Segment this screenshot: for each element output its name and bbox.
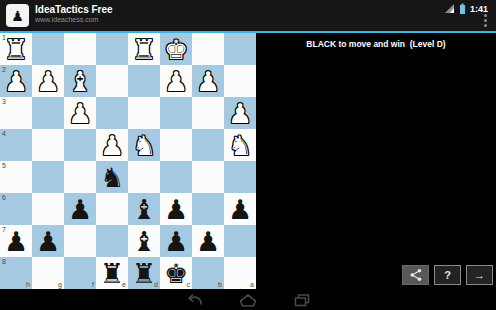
piece-wN-d4[interactable]: ♞ xyxy=(128,129,160,161)
signal-icon xyxy=(445,4,455,14)
help-button[interactable]: ? xyxy=(434,265,461,285)
piece-bP-c7[interactable]: ♟ xyxy=(160,225,192,257)
square-h4[interactable]: 4 xyxy=(0,129,32,161)
square-h6[interactable]: 6 xyxy=(0,193,32,225)
square-e8[interactable]: e♜ xyxy=(96,257,128,289)
square-d8[interactable]: d♜ xyxy=(128,257,160,289)
square-c3[interactable] xyxy=(160,97,192,129)
square-g1[interactable] xyxy=(32,33,64,65)
piece-wP-a3[interactable]: ♟ xyxy=(224,97,256,129)
file-label-h: h xyxy=(26,281,30,288)
square-e1[interactable] xyxy=(96,33,128,65)
square-a5[interactable] xyxy=(224,161,256,193)
square-f1[interactable] xyxy=(64,33,96,65)
piece-wP-b2[interactable]: ♟ xyxy=(192,65,224,97)
chess-board[interactable]: 1♜♜♚2♟♟♝♟♟3♟♟4♟♞♞5♞6♟♝♟♟7♟♟♝♟♟8hgfe♜d♜c♚… xyxy=(0,33,256,289)
square-f8[interactable]: f xyxy=(64,257,96,289)
square-d7[interactable]: ♝ xyxy=(128,225,160,257)
home-icon[interactable] xyxy=(239,293,257,307)
back-icon[interactable] xyxy=(185,293,203,307)
square-e5[interactable]: ♞ xyxy=(96,161,128,193)
square-c4[interactable] xyxy=(160,129,192,161)
square-e6[interactable] xyxy=(96,193,128,225)
square-f7[interactable] xyxy=(64,225,96,257)
piece-wP-e4[interactable]: ♟ xyxy=(96,129,128,161)
square-a8[interactable]: a xyxy=(224,257,256,289)
piece-bN-e5[interactable]: ♞ xyxy=(96,161,128,193)
square-b8[interactable]: b xyxy=(192,257,224,289)
title-block: IdeaTactics Free www.ideachess.com xyxy=(35,4,113,24)
square-a4[interactable]: ♞ xyxy=(224,129,256,161)
share-button[interactable] xyxy=(402,265,429,285)
square-d4[interactable]: ♞ xyxy=(128,129,160,161)
square-b6[interactable] xyxy=(192,193,224,225)
overflow-menu-icon[interactable] xyxy=(484,14,487,27)
square-d5[interactable] xyxy=(128,161,160,193)
square-c6[interactable]: ♟ xyxy=(160,193,192,225)
piece-wP-h2[interactable]: ♟ xyxy=(0,65,32,97)
square-b4[interactable] xyxy=(192,129,224,161)
next-button[interactable]: → xyxy=(466,265,493,285)
piece-wP-c2[interactable]: ♟ xyxy=(160,65,192,97)
square-f5[interactable] xyxy=(64,161,96,193)
square-c8[interactable]: c♚ xyxy=(160,257,192,289)
status-cluster: 1:41 xyxy=(445,3,488,15)
square-d6[interactable]: ♝ xyxy=(128,193,160,225)
piece-bP-h7[interactable]: ♟ xyxy=(0,225,32,257)
app-screen: ♟ IdeaTactics Free www.ideachess.com 1:4… xyxy=(0,0,496,310)
square-b7[interactable]: ♟ xyxy=(192,225,224,257)
square-a3[interactable]: ♟ xyxy=(224,97,256,129)
file-label-f: f xyxy=(92,281,94,288)
app-subtitle: www.ideachess.com xyxy=(35,16,113,24)
piece-bP-g7[interactable]: ♟ xyxy=(32,225,64,257)
rank-label-6: 6 xyxy=(2,194,6,201)
piece-bB-d6[interactable]: ♝ xyxy=(128,193,160,225)
rank-label-8: 8 xyxy=(2,258,6,265)
square-c1[interactable]: ♚ xyxy=(160,33,192,65)
app-title: IdeaTactics Free xyxy=(35,4,113,15)
share-icon xyxy=(409,268,423,282)
square-f3[interactable]: ♟ xyxy=(64,97,96,129)
square-g2[interactable]: ♟ xyxy=(32,65,64,97)
piece-bP-f6[interactable]: ♟ xyxy=(64,193,96,225)
square-g3[interactable] xyxy=(32,97,64,129)
piece-bR-d8[interactable]: ♜ xyxy=(128,257,160,289)
piece-wR-h1[interactable]: ♜ xyxy=(0,33,32,65)
square-h5[interactable]: 5 xyxy=(0,161,32,193)
square-c7[interactable]: ♟ xyxy=(160,225,192,257)
square-f2[interactable]: ♝ xyxy=(64,65,96,97)
piece-wB-f2[interactable]: ♝ xyxy=(64,65,96,97)
action-bar: ♟ IdeaTactics Free www.ideachess.com 1:4… xyxy=(0,0,496,31)
square-b1[interactable] xyxy=(192,33,224,65)
file-label-a: a xyxy=(250,281,254,288)
square-h8[interactable]: 8h xyxy=(0,257,32,289)
piece-wN-a4[interactable]: ♞ xyxy=(224,129,256,161)
puzzle-status-text: BLACK to move and win (Level D) xyxy=(256,39,496,49)
square-b5[interactable] xyxy=(192,161,224,193)
battery-icon xyxy=(459,3,466,15)
rank-label-5: 5 xyxy=(2,162,6,169)
square-g6[interactable] xyxy=(32,193,64,225)
square-h7[interactable]: 7♟ xyxy=(0,225,32,257)
square-g4[interactable] xyxy=(32,129,64,161)
action-button-row: ? → xyxy=(402,265,493,285)
square-e2[interactable] xyxy=(96,65,128,97)
square-g5[interactable] xyxy=(32,161,64,193)
piece-bP-c6[interactable]: ♟ xyxy=(160,193,192,225)
square-h3[interactable]: 3 xyxy=(0,97,32,129)
piece-wP-f3[interactable]: ♟ xyxy=(64,97,96,129)
square-g7[interactable]: ♟ xyxy=(32,225,64,257)
square-d3[interactable] xyxy=(128,97,160,129)
piece-bP-b7[interactable]: ♟ xyxy=(192,225,224,257)
square-e3[interactable] xyxy=(96,97,128,129)
recents-icon[interactable] xyxy=(293,293,311,307)
android-nav-bar xyxy=(0,290,496,310)
square-b3[interactable] xyxy=(192,97,224,129)
square-h2[interactable]: 2♟ xyxy=(0,65,32,97)
content-area: 1♜♜♚2♟♟♝♟♟3♟♟4♟♞♞5♞6♟♝♟♟7♟♟♝♟♟8hgfe♜d♜c♚… xyxy=(0,33,496,290)
piece-bK-c8[interactable]: ♚ xyxy=(160,257,192,289)
square-c5[interactable] xyxy=(160,161,192,193)
piece-bP-a6[interactable]: ♟ xyxy=(224,193,256,225)
square-f6[interactable]: ♟ xyxy=(64,193,96,225)
square-d1[interactable]: ♜ xyxy=(128,33,160,65)
square-a2[interactable] xyxy=(224,65,256,97)
square-a1[interactable] xyxy=(224,33,256,65)
piece-bB-d7[interactable]: ♝ xyxy=(128,225,160,257)
piece-wP-g2[interactable]: ♟ xyxy=(32,65,64,97)
square-h1[interactable]: 1♜ xyxy=(0,33,32,65)
piece-bR-e8[interactable]: ♜ xyxy=(96,257,128,289)
file-label-b: b xyxy=(218,281,222,288)
square-c2[interactable]: ♟ xyxy=(160,65,192,97)
square-d2[interactable] xyxy=(128,65,160,97)
file-label-g: g xyxy=(58,281,62,288)
app-logo-icon: ♟ xyxy=(6,4,29,27)
square-g8[interactable]: g xyxy=(32,257,64,289)
clock: 1:41 xyxy=(470,4,488,14)
square-e4[interactable]: ♟ xyxy=(96,129,128,161)
square-e7[interactable] xyxy=(96,225,128,257)
rank-label-3: 3 xyxy=(2,98,6,105)
piece-wR-d1[interactable]: ♜ xyxy=(128,33,160,65)
square-b2[interactable]: ♟ xyxy=(192,65,224,97)
square-a7[interactable] xyxy=(224,225,256,257)
piece-wK-c1[interactable]: ♚ xyxy=(160,33,192,65)
square-a6[interactable]: ♟ xyxy=(224,193,256,225)
square-f4[interactable] xyxy=(64,129,96,161)
info-panel: BLACK to move and win (Level D) ? → xyxy=(256,33,496,290)
rank-label-4: 4 xyxy=(2,130,6,137)
